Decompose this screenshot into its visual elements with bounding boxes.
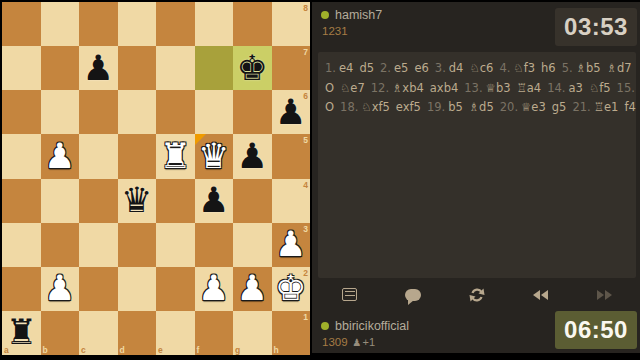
material-advantage: ♟ +1 <box>353 336 376 348</box>
square-a6[interactable] <box>2 90 41 134</box>
move-12w[interactable]: ♗xb4 <box>392 81 424 95</box>
square-h4[interactable]: 4 <box>272 179 311 223</box>
player-bottom: bbiricikofficial 1309 ♟ +1 <box>321 319 409 348</box>
square-e6[interactable] <box>156 90 195 134</box>
square-f4[interactable]: ♟ <box>195 179 234 223</box>
move-20b[interactable]: g5 <box>552 100 567 114</box>
white-pawn: ♟ <box>44 271 75 306</box>
material-advantage-value: +1 <box>363 336 376 348</box>
move-number: 19. <box>427 100 445 114</box>
square-h5[interactable]: 5 <box>272 134 311 178</box>
black-king: ♚ <box>237 51 268 86</box>
square-c8[interactable] <box>79 2 118 46</box>
square-e8[interactable] <box>156 2 195 46</box>
file-label-g: g <box>235 346 240 355</box>
square-e1[interactable]: e <box>156 311 195 355</box>
chess-board: 8♟♚76♟♟♜♛♟5♛♟43♟♟♟♟2♚a♜bcdefgh1 <box>2 2 310 355</box>
move-18w[interactable]: ♘xf5 <box>361 100 389 114</box>
move-12b[interactable]: axb4 <box>430 81 458 95</box>
square-f2[interactable]: ♟ <box>195 267 234 311</box>
move-number: 21. <box>572 100 590 114</box>
move-list[interactable]: 1.e4d52.e5e63.d4♘c64.♘f3h65.♗b5♗d76.c4dx… <box>318 52 636 278</box>
forward-icon <box>605 290 612 300</box>
moves-list-button[interactable] <box>318 281 382 308</box>
control-bar <box>318 281 636 308</box>
black-queen: ♛ <box>121 183 152 218</box>
move-13w[interactable]: ♕b3 <box>486 81 511 95</box>
rank-label-1: 1 <box>303 313 308 322</box>
square-d2[interactable] <box>118 267 157 311</box>
file-label-c: c <box>81 346 86 355</box>
black-pawn: ♟ <box>198 183 229 218</box>
square-c4[interactable] <box>79 179 118 223</box>
move-number: 20. <box>500 100 518 114</box>
white-pawn: ♟ <box>237 271 268 306</box>
move-18b[interactable]: exf5 <box>396 100 421 114</box>
move-11b[interactable]: ♘e7 <box>340 81 365 95</box>
move-number: 5. <box>562 61 573 75</box>
square-h6[interactable]: 6♟ <box>272 90 311 134</box>
move-13b[interactable]: ♖a4 <box>517 81 542 95</box>
square-c1[interactable]: c <box>79 311 118 355</box>
move-4w[interactable]: ♘f3 <box>513 61 535 75</box>
square-b5[interactable]: ♟ <box>41 134 80 178</box>
square-d6[interactable] <box>118 90 157 134</box>
square-a4[interactable] <box>2 179 41 223</box>
square-c7[interactable]: ♟ <box>79 46 118 90</box>
square-b3[interactable] <box>41 223 80 267</box>
square-f3[interactable] <box>195 223 234 267</box>
move-5b[interactable]: ♗d7 <box>607 61 632 75</box>
square-g3[interactable] <box>233 223 272 267</box>
black-pawn: ♟ <box>275 95 306 130</box>
white-king: ♚ <box>275 271 306 306</box>
file-label-h: h <box>274 346 279 355</box>
side-panel: hamish7 1231 03:53 1.e4d52.e5e63.d4♘c64.… <box>312 2 640 353</box>
square-d3[interactable] <box>118 223 157 267</box>
square-h7[interactable]: 7 <box>272 46 311 90</box>
square-b2[interactable]: ♟ <box>41 267 80 311</box>
rank-label-4: 4 <box>303 181 308 190</box>
square-d4[interactable]: ♛ <box>118 179 157 223</box>
rank-label-6: 6 <box>303 92 308 101</box>
square-d8[interactable] <box>118 2 157 46</box>
clock-bottom: 06:50 <box>555 311 637 349</box>
forward-button[interactable] <box>572 281 636 308</box>
player-top-rating: 1231 <box>322 25 348 37</box>
move-4b[interactable]: h6 <box>541 61 556 75</box>
square-g8[interactable] <box>233 2 272 46</box>
online-status-icon <box>321 322 329 330</box>
move-3w[interactable]: d4 <box>449 61 464 75</box>
square-g5[interactable]: ♟ <box>233 134 272 178</box>
square-d1[interactable]: d <box>118 311 157 355</box>
pawn-icon: ♟ <box>353 337 362 348</box>
square-f1[interactable]: f <box>195 311 234 355</box>
square-h1[interactable]: h1 <box>272 311 311 355</box>
square-a1[interactable]: a♜ <box>2 311 41 355</box>
square-f6[interactable] <box>195 90 234 134</box>
square-e2[interactable] <box>156 267 195 311</box>
file-label-b: b <box>43 346 48 355</box>
file-label-a: a <box>4 346 9 355</box>
square-c6[interactable] <box>79 90 118 134</box>
black-pawn: ♟ <box>83 51 114 86</box>
clock-top: 03:53 <box>555 8 637 46</box>
square-a2[interactable] <box>2 267 41 311</box>
square-b7[interactable] <box>41 46 80 90</box>
flip-icon <box>468 286 486 304</box>
square-b4[interactable] <box>41 179 80 223</box>
backward-button[interactable] <box>509 281 573 308</box>
black-rook: ♜ <box>6 315 37 350</box>
square-d5[interactable] <box>118 134 157 178</box>
move-5w[interactable]: ♗b5 <box>576 61 601 75</box>
rank-label-2: 2 <box>303 269 308 278</box>
move-2w[interactable]: e5 <box>394 61 408 75</box>
move-19b[interactable]: ♗d5 <box>469 100 494 114</box>
square-marker-icon <box>195 134 206 145</box>
square-e5[interactable]: ♜ <box>156 134 195 178</box>
move-number: 18. <box>340 100 358 114</box>
square-g4[interactable] <box>233 179 272 223</box>
player-top-name[interactable]: hamish7 <box>335 8 382 22</box>
chat-bubble-icon <box>405 289 421 301</box>
square-a5[interactable] <box>2 134 41 178</box>
move-number: 13. <box>464 81 482 95</box>
white-pawn: ♟ <box>198 271 229 306</box>
square-e7[interactable] <box>156 46 195 90</box>
player-bottom-rating: 1309 <box>322 336 348 348</box>
square-f7[interactable] <box>195 46 234 90</box>
square-a3[interactable] <box>2 223 41 267</box>
move-number: 12. <box>371 81 389 95</box>
move-3b[interactable]: ♘c6 <box>469 61 493 75</box>
backward-icon <box>533 290 540 300</box>
square-h8[interactable]: 8 <box>272 2 311 46</box>
rank-label-3: 3 <box>303 225 308 234</box>
square-d7[interactable] <box>118 46 157 90</box>
square-b8[interactable] <box>41 2 80 46</box>
online-status-icon <box>321 11 329 19</box>
square-g1[interactable]: g <box>233 311 272 355</box>
square-h2[interactable]: 2♚ <box>272 267 311 311</box>
file-label-f: f <box>197 346 200 355</box>
chess-tv-screen: 8♟♚76♟♟♜♛♟5♛♟43♟♟♟♟2♚a♜bcdefgh1 hamish7 … <box>0 0 640 360</box>
move-number: 2. <box>380 61 391 75</box>
rank-label-7: 7 <box>303 48 308 57</box>
move-20w[interactable]: ♕e3 <box>521 100 546 114</box>
move-number: 1. <box>325 61 336 75</box>
white-rook: ♜ <box>160 139 191 174</box>
square-c3[interactable] <box>79 223 118 267</box>
move-number: 3. <box>435 61 446 75</box>
square-b6[interactable] <box>41 90 80 134</box>
rank-label-5: 5 <box>303 136 308 145</box>
chat-button[interactable] <box>382 281 446 308</box>
backward-icon <box>541 290 548 300</box>
move-number: 14. <box>547 81 565 95</box>
move-1b[interactable]: d5 <box>359 61 374 75</box>
player-bottom-name[interactable]: bbiricikofficial <box>335 319 409 333</box>
square-f8[interactable] <box>195 2 234 46</box>
file-label-e: e <box>158 346 163 355</box>
square-a7[interactable] <box>2 46 41 90</box>
square-c5[interactable] <box>79 134 118 178</box>
square-g7[interactable]: ♚ <box>233 46 272 90</box>
list-icon <box>342 288 357 301</box>
square-b1[interactable]: b <box>41 311 80 355</box>
move-1w[interactable]: e4 <box>339 61 353 75</box>
square-h3[interactable]: 3♟ <box>272 223 311 267</box>
square-f5[interactable]: ♛ <box>195 134 234 178</box>
file-label-d: d <box>120 346 125 355</box>
move-number: 4. <box>499 61 510 75</box>
move-21w[interactable]: ♖e1 <box>594 100 619 114</box>
white-pawn: ♟ <box>44 139 75 174</box>
square-e3[interactable] <box>156 223 195 267</box>
square-g2[interactable]: ♟ <box>233 267 272 311</box>
flip-board-button[interactable] <box>445 281 509 308</box>
move-2b[interactable]: e6 <box>414 61 428 75</box>
square-g6[interactable] <box>233 90 272 134</box>
rank-label-8: 8 <box>303 4 308 13</box>
black-pawn: ♟ <box>237 139 268 174</box>
player-top: hamish7 1231 <box>321 8 382 37</box>
move-number: 15. <box>617 81 635 95</box>
square-a8[interactable] <box>2 2 41 46</box>
square-c2[interactable] <box>79 267 118 311</box>
move-14w[interactable]: a3 <box>569 81 583 95</box>
move-14b[interactable]: ♘f5 <box>589 81 611 95</box>
forward-icon <box>597 290 604 300</box>
move-21b[interactable]: f4 <box>624 100 635 114</box>
square-e4[interactable] <box>156 179 195 223</box>
move-19w[interactable]: b5 <box>448 100 463 114</box>
white-pawn: ♟ <box>275 227 306 262</box>
